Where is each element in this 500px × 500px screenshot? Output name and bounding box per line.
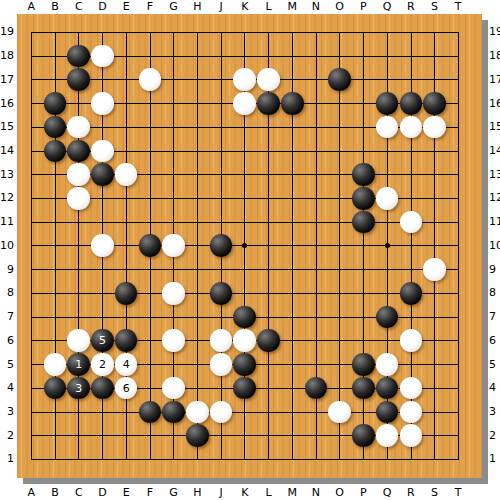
point-A16[interactable] xyxy=(19,92,43,116)
point-R11[interactable] xyxy=(399,210,423,234)
point-E12[interactable] xyxy=(114,186,138,210)
point-N14[interactable] xyxy=(304,139,328,163)
point-O15[interactable] xyxy=(328,115,352,139)
point-L9[interactable] xyxy=(257,258,281,282)
point-E9[interactable] xyxy=(114,258,138,282)
point-M19[interactable] xyxy=(280,20,304,44)
point-T3[interactable] xyxy=(446,400,470,424)
point-L5[interactable] xyxy=(257,353,281,377)
point-C1[interactable] xyxy=(67,447,91,471)
point-C18[interactable] xyxy=(67,44,91,68)
point-L6[interactable] xyxy=(257,329,281,353)
point-D1[interactable] xyxy=(91,447,115,471)
point-N8[interactable] xyxy=(304,281,328,305)
point-D15[interactable] xyxy=(91,115,115,139)
point-P5[interactable] xyxy=(352,353,376,377)
point-J14[interactable] xyxy=(209,139,233,163)
point-G9[interactable] xyxy=(162,258,186,282)
point-L7[interactable] xyxy=(257,305,281,329)
point-N4[interactable] xyxy=(304,376,328,400)
point-G13[interactable] xyxy=(162,163,186,187)
point-D2[interactable] xyxy=(91,424,115,448)
point-A15[interactable] xyxy=(19,115,43,139)
point-A19[interactable] xyxy=(19,20,43,44)
point-S8[interactable] xyxy=(423,281,447,305)
point-H19[interactable] xyxy=(185,20,209,44)
point-R19[interactable] xyxy=(399,20,423,44)
point-R7[interactable] xyxy=(399,305,423,329)
point-Q15[interactable] xyxy=(375,115,399,139)
point-C5[interactable]: 1 xyxy=(67,353,91,377)
point-H15[interactable] xyxy=(185,115,209,139)
point-N1[interactable] xyxy=(304,447,328,471)
point-F12[interactable] xyxy=(138,186,162,210)
point-T4[interactable] xyxy=(446,376,470,400)
point-H4[interactable] xyxy=(185,376,209,400)
point-D16[interactable] xyxy=(91,92,115,116)
point-Q8[interactable] xyxy=(375,281,399,305)
point-C14[interactable] xyxy=(67,139,91,163)
point-C19[interactable] xyxy=(67,20,91,44)
point-D12[interactable] xyxy=(91,186,115,210)
point-S19[interactable] xyxy=(423,20,447,44)
point-C16[interactable] xyxy=(67,92,91,116)
point-R18[interactable] xyxy=(399,44,423,68)
point-M10[interactable] xyxy=(280,234,304,258)
point-F9[interactable] xyxy=(138,258,162,282)
point-L8[interactable] xyxy=(257,281,281,305)
point-B9[interactable] xyxy=(43,258,67,282)
point-T7[interactable] xyxy=(446,305,470,329)
point-K6[interactable] xyxy=(233,329,257,353)
point-Q13[interactable] xyxy=(375,163,399,187)
point-P13[interactable] xyxy=(352,163,376,187)
point-D19[interactable] xyxy=(91,20,115,44)
point-P19[interactable] xyxy=(352,20,376,44)
point-N19[interactable] xyxy=(304,20,328,44)
point-C8[interactable] xyxy=(67,281,91,305)
point-H8[interactable] xyxy=(185,281,209,305)
point-A3[interactable] xyxy=(19,400,43,424)
point-E10[interactable] xyxy=(114,234,138,258)
point-E18[interactable] xyxy=(114,44,138,68)
point-G10[interactable] xyxy=(162,234,186,258)
point-S4[interactable] xyxy=(423,376,447,400)
point-C6[interactable] xyxy=(67,329,91,353)
point-O16[interactable] xyxy=(328,92,352,116)
point-F8[interactable] xyxy=(138,281,162,305)
point-Q9[interactable] xyxy=(375,258,399,282)
point-Q2[interactable] xyxy=(375,424,399,448)
point-R10[interactable] xyxy=(399,234,423,258)
point-B8[interactable] xyxy=(43,281,67,305)
point-J9[interactable] xyxy=(209,258,233,282)
point-L16[interactable] xyxy=(257,92,281,116)
point-A5[interactable] xyxy=(19,353,43,377)
point-D8[interactable] xyxy=(91,281,115,305)
point-J1[interactable] xyxy=(209,447,233,471)
point-R4[interactable] xyxy=(399,376,423,400)
point-G14[interactable] xyxy=(162,139,186,163)
point-S5[interactable] xyxy=(423,353,447,377)
point-C4[interactable]: 3 xyxy=(67,376,91,400)
point-P7[interactable] xyxy=(352,305,376,329)
point-H3[interactable] xyxy=(185,400,209,424)
point-T12[interactable] xyxy=(446,186,470,210)
point-B18[interactable] xyxy=(43,44,67,68)
point-Q5[interactable] xyxy=(375,353,399,377)
point-A13[interactable] xyxy=(19,163,43,187)
point-O6[interactable] xyxy=(328,329,352,353)
point-R6[interactable] xyxy=(399,329,423,353)
point-O7[interactable] xyxy=(328,305,352,329)
point-M1[interactable] xyxy=(280,447,304,471)
point-K11[interactable] xyxy=(233,210,257,234)
point-H7[interactable] xyxy=(185,305,209,329)
point-Q6[interactable] xyxy=(375,329,399,353)
point-E3[interactable] xyxy=(114,400,138,424)
point-D6[interactable]: 5 xyxy=(91,329,115,353)
point-E2[interactable] xyxy=(114,424,138,448)
point-M2[interactable] xyxy=(280,424,304,448)
point-G5[interactable] xyxy=(162,353,186,377)
point-K3[interactable] xyxy=(233,400,257,424)
point-L14[interactable] xyxy=(257,139,281,163)
point-B13[interactable] xyxy=(43,163,67,187)
point-K12[interactable] xyxy=(233,186,257,210)
point-A8[interactable] xyxy=(19,281,43,305)
point-A10[interactable] xyxy=(19,234,43,258)
point-P1[interactable] xyxy=(352,447,376,471)
point-H6[interactable] xyxy=(185,329,209,353)
point-C3[interactable] xyxy=(67,400,91,424)
point-C13[interactable] xyxy=(67,163,91,187)
point-L17[interactable] xyxy=(257,68,281,92)
point-A4[interactable] xyxy=(19,376,43,400)
point-L18[interactable] xyxy=(257,44,281,68)
point-J6[interactable] xyxy=(209,329,233,353)
point-L2[interactable] xyxy=(257,424,281,448)
point-K8[interactable] xyxy=(233,281,257,305)
point-F16[interactable] xyxy=(138,92,162,116)
point-J12[interactable] xyxy=(209,186,233,210)
point-F4[interactable] xyxy=(138,376,162,400)
point-G11[interactable] xyxy=(162,210,186,234)
point-C9[interactable] xyxy=(67,258,91,282)
point-H1[interactable] xyxy=(185,447,209,471)
point-D17[interactable] xyxy=(91,68,115,92)
point-G16[interactable] xyxy=(162,92,186,116)
point-M12[interactable] xyxy=(280,186,304,210)
point-K14[interactable] xyxy=(233,139,257,163)
point-T5[interactable] xyxy=(446,353,470,377)
point-A14[interactable] xyxy=(19,139,43,163)
point-M16[interactable] xyxy=(280,92,304,116)
point-M15[interactable] xyxy=(280,115,304,139)
point-O12[interactable] xyxy=(328,186,352,210)
point-B17[interactable] xyxy=(43,68,67,92)
point-K13[interactable] xyxy=(233,163,257,187)
point-P18[interactable] xyxy=(352,44,376,68)
point-O17[interactable] xyxy=(328,68,352,92)
point-Q10[interactable] xyxy=(375,234,399,258)
point-J7[interactable] xyxy=(209,305,233,329)
point-T14[interactable] xyxy=(446,139,470,163)
point-G19[interactable] xyxy=(162,20,186,44)
point-A18[interactable] xyxy=(19,44,43,68)
point-T16[interactable] xyxy=(446,92,470,116)
point-P9[interactable] xyxy=(352,258,376,282)
point-A6[interactable] xyxy=(19,329,43,353)
point-J15[interactable] xyxy=(209,115,233,139)
point-O9[interactable] xyxy=(328,258,352,282)
point-L15[interactable] xyxy=(257,115,281,139)
point-K19[interactable] xyxy=(233,20,257,44)
point-O8[interactable] xyxy=(328,281,352,305)
point-H9[interactable] xyxy=(185,258,209,282)
point-M7[interactable] xyxy=(280,305,304,329)
point-N16[interactable] xyxy=(304,92,328,116)
point-S11[interactable] xyxy=(423,210,447,234)
point-T1[interactable] xyxy=(446,447,470,471)
point-M18[interactable] xyxy=(280,44,304,68)
point-T2[interactable] xyxy=(446,424,470,448)
point-J19[interactable] xyxy=(209,20,233,44)
point-H18[interactable] xyxy=(185,44,209,68)
point-B6[interactable] xyxy=(43,329,67,353)
point-E8[interactable] xyxy=(114,281,138,305)
point-B15[interactable] xyxy=(43,115,67,139)
point-A17[interactable] xyxy=(19,68,43,92)
point-S2[interactable] xyxy=(423,424,447,448)
point-H11[interactable] xyxy=(185,210,209,234)
point-N11[interactable] xyxy=(304,210,328,234)
point-O18[interactable] xyxy=(328,44,352,68)
point-N2[interactable] xyxy=(304,424,328,448)
point-Q17[interactable] xyxy=(375,68,399,92)
point-P2[interactable] xyxy=(352,424,376,448)
point-S7[interactable] xyxy=(423,305,447,329)
point-R8[interactable] xyxy=(399,281,423,305)
point-N17[interactable] xyxy=(304,68,328,92)
point-C15[interactable] xyxy=(67,115,91,139)
point-P10[interactable] xyxy=(352,234,376,258)
point-H2[interactable] xyxy=(185,424,209,448)
point-K2[interactable] xyxy=(233,424,257,448)
point-E5[interactable]: 4 xyxy=(114,353,138,377)
point-L19[interactable] xyxy=(257,20,281,44)
point-T9[interactable] xyxy=(446,258,470,282)
point-S10[interactable] xyxy=(423,234,447,258)
point-B12[interactable] xyxy=(43,186,67,210)
point-S6[interactable] xyxy=(423,329,447,353)
point-D11[interactable] xyxy=(91,210,115,234)
point-S16[interactable] xyxy=(423,92,447,116)
point-T15[interactable] xyxy=(446,115,470,139)
point-R13[interactable] xyxy=(399,163,423,187)
point-J18[interactable] xyxy=(209,44,233,68)
point-L13[interactable] xyxy=(257,163,281,187)
point-J10[interactable] xyxy=(209,234,233,258)
point-G12[interactable] xyxy=(162,186,186,210)
point-R5[interactable] xyxy=(399,353,423,377)
point-D10[interactable] xyxy=(91,234,115,258)
point-C10[interactable] xyxy=(67,234,91,258)
point-N6[interactable] xyxy=(304,329,328,353)
point-A9[interactable] xyxy=(19,258,43,282)
point-T17[interactable] xyxy=(446,68,470,92)
point-G3[interactable] xyxy=(162,400,186,424)
point-O14[interactable] xyxy=(328,139,352,163)
point-B3[interactable] xyxy=(43,400,67,424)
point-R9[interactable] xyxy=(399,258,423,282)
point-R17[interactable] xyxy=(399,68,423,92)
point-R15[interactable] xyxy=(399,115,423,139)
point-C17[interactable] xyxy=(67,68,91,92)
point-S17[interactable] xyxy=(423,68,447,92)
point-S15[interactable] xyxy=(423,115,447,139)
point-K4[interactable] xyxy=(233,376,257,400)
point-H12[interactable] xyxy=(185,186,209,210)
point-N9[interactable] xyxy=(304,258,328,282)
point-P12[interactable] xyxy=(352,186,376,210)
point-D14[interactable] xyxy=(91,139,115,163)
point-N13[interactable] xyxy=(304,163,328,187)
point-F17[interactable] xyxy=(138,68,162,92)
point-F2[interactable] xyxy=(138,424,162,448)
point-P14[interactable] xyxy=(352,139,376,163)
point-M9[interactable] xyxy=(280,258,304,282)
point-F19[interactable] xyxy=(138,20,162,44)
point-N10[interactable] xyxy=(304,234,328,258)
point-G2[interactable] xyxy=(162,424,186,448)
point-D7[interactable] xyxy=(91,305,115,329)
point-T10[interactable] xyxy=(446,234,470,258)
point-T8[interactable] xyxy=(446,281,470,305)
point-H16[interactable] xyxy=(185,92,209,116)
point-J11[interactable] xyxy=(209,210,233,234)
point-F18[interactable] xyxy=(138,44,162,68)
point-S3[interactable] xyxy=(423,400,447,424)
point-L10[interactable] xyxy=(257,234,281,258)
point-Q3[interactable] xyxy=(375,400,399,424)
point-C2[interactable] xyxy=(67,424,91,448)
point-K1[interactable] xyxy=(233,447,257,471)
point-K17[interactable] xyxy=(233,68,257,92)
point-T11[interactable] xyxy=(446,210,470,234)
point-B5[interactable] xyxy=(43,353,67,377)
point-F10[interactable] xyxy=(138,234,162,258)
point-E14[interactable] xyxy=(114,139,138,163)
point-O19[interactable] xyxy=(328,20,352,44)
point-P4[interactable] xyxy=(352,376,376,400)
point-H17[interactable] xyxy=(185,68,209,92)
point-F6[interactable] xyxy=(138,329,162,353)
point-E17[interactable] xyxy=(114,68,138,92)
point-T19[interactable] xyxy=(446,20,470,44)
point-R3[interactable] xyxy=(399,400,423,424)
point-N7[interactable] xyxy=(304,305,328,329)
point-M3[interactable] xyxy=(280,400,304,424)
point-O10[interactable] xyxy=(328,234,352,258)
point-E4[interactable]: 6 xyxy=(114,376,138,400)
point-J4[interactable] xyxy=(209,376,233,400)
point-G1[interactable] xyxy=(162,447,186,471)
point-S1[interactable] xyxy=(423,447,447,471)
point-D13[interactable] xyxy=(91,163,115,187)
point-K16[interactable] xyxy=(233,92,257,116)
point-B7[interactable] xyxy=(43,305,67,329)
point-K18[interactable] xyxy=(233,44,257,68)
point-E7[interactable] xyxy=(114,305,138,329)
point-R2[interactable] xyxy=(399,424,423,448)
point-E1[interactable] xyxy=(114,447,138,471)
point-J2[interactable] xyxy=(209,424,233,448)
point-N12[interactable] xyxy=(304,186,328,210)
point-S13[interactable] xyxy=(423,163,447,187)
point-M11[interactable] xyxy=(280,210,304,234)
point-H14[interactable] xyxy=(185,139,209,163)
point-H13[interactable] xyxy=(185,163,209,187)
point-O5[interactable] xyxy=(328,353,352,377)
point-F15[interactable] xyxy=(138,115,162,139)
point-A2[interactable] xyxy=(19,424,43,448)
point-H5[interactable] xyxy=(185,353,209,377)
point-P8[interactable] xyxy=(352,281,376,305)
point-Q11[interactable] xyxy=(375,210,399,234)
point-G4[interactable] xyxy=(162,376,186,400)
point-O2[interactable] xyxy=(328,424,352,448)
point-J3[interactable] xyxy=(209,400,233,424)
point-M13[interactable] xyxy=(280,163,304,187)
point-R14[interactable] xyxy=(399,139,423,163)
point-N15[interactable] xyxy=(304,115,328,139)
point-B14[interactable] xyxy=(43,139,67,163)
point-T6[interactable] xyxy=(446,329,470,353)
point-B11[interactable] xyxy=(43,210,67,234)
point-K10[interactable] xyxy=(233,234,257,258)
point-F7[interactable] xyxy=(138,305,162,329)
point-Q7[interactable] xyxy=(375,305,399,329)
point-O1[interactable] xyxy=(328,447,352,471)
point-M8[interactable] xyxy=(280,281,304,305)
point-E11[interactable] xyxy=(114,210,138,234)
point-K9[interactable] xyxy=(233,258,257,282)
point-C7[interactable] xyxy=(67,305,91,329)
point-T18[interactable] xyxy=(446,44,470,68)
point-J8[interactable] xyxy=(209,281,233,305)
point-M14[interactable] xyxy=(280,139,304,163)
point-M5[interactable] xyxy=(280,353,304,377)
point-J17[interactable] xyxy=(209,68,233,92)
point-K5[interactable] xyxy=(233,353,257,377)
point-J13[interactable] xyxy=(209,163,233,187)
point-L4[interactable] xyxy=(257,376,281,400)
point-A11[interactable] xyxy=(19,210,43,234)
point-M6[interactable] xyxy=(280,329,304,353)
point-A7[interactable] xyxy=(19,305,43,329)
point-T13[interactable] xyxy=(446,163,470,187)
point-J5[interactable] xyxy=(209,353,233,377)
point-S12[interactable] xyxy=(423,186,447,210)
point-S9[interactable] xyxy=(423,258,447,282)
point-Q14[interactable] xyxy=(375,139,399,163)
point-N3[interactable] xyxy=(304,400,328,424)
point-E6[interactable] xyxy=(114,329,138,353)
point-Q4[interactable] xyxy=(375,376,399,400)
point-F1[interactable] xyxy=(138,447,162,471)
point-B2[interactable] xyxy=(43,424,67,448)
